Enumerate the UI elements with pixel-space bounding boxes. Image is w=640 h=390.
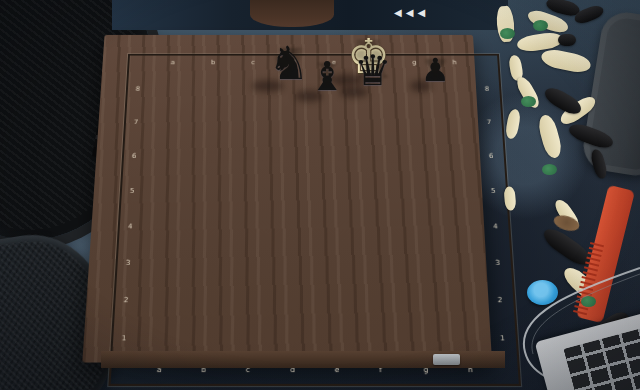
- file-label-top-g: g: [412, 60, 417, 66]
- photo-scene: ◀◀◀ aa88bb77cc66dd55ee44ff33gg22hh11 ♚♚♞…: [0, 0, 640, 390]
- rank-label-left-5: 5: [130, 188, 135, 195]
- file-label-top-h: h: [452, 60, 457, 66]
- rank-label-left-2: 2: [124, 297, 129, 304]
- file-label-top-a: a: [171, 60, 175, 66]
- cardboard-tube: [549, 145, 607, 234]
- rank-label-left-6: 6: [132, 153, 137, 160]
- rank-label-left-7: 7: [134, 119, 139, 125]
- rank-label-left-1: 1: [121, 335, 126, 342]
- rank-label-left-8: 8: [136, 86, 141, 92]
- rank-label-left-4: 4: [128, 223, 133, 230]
- rank-label-right-8: 8: [485, 86, 490, 92]
- spare-piece-cream: [503, 186, 516, 211]
- rank-label-right-7: 7: [487, 119, 492, 125]
- file-label-top-c: c: [251, 60, 255, 66]
- rank-label-right-6: 6: [489, 153, 494, 160]
- spare-piece-cream: [540, 47, 593, 75]
- green-felt-base: [542, 164, 557, 175]
- green-felt-base: [521, 96, 536, 107]
- green-felt-base: [533, 20, 548, 31]
- file-label-top-b: b: [211, 60, 215, 66]
- green-felt-base: [500, 28, 515, 39]
- rank-label-right-5: 5: [491, 188, 496, 195]
- rank-label-left-3: 3: [126, 259, 131, 266]
- rank-label-right-4: 4: [493, 223, 498, 230]
- spare-piece-black: [558, 34, 576, 46]
- laptop-keys: [563, 324, 640, 390]
